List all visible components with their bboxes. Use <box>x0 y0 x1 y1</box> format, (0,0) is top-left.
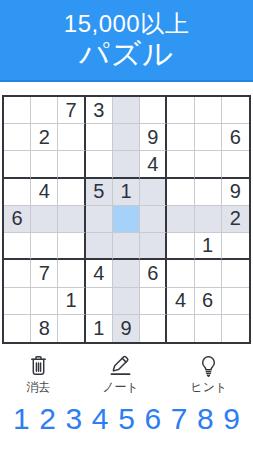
sudoku-cell-r7c1[interactable] <box>4 260 31 287</box>
sudoku-cell-r6c5[interactable] <box>113 233 140 260</box>
sudoku-cell-r7c8[interactable] <box>195 260 222 287</box>
sudoku-cell-r1c4[interactable]: 3 <box>86 97 113 124</box>
sudoku-cell-r1c6[interactable] <box>140 97 167 124</box>
numpad-digit-3[interactable]: 3 <box>66 402 83 436</box>
sudoku-cell-r1c5[interactable] <box>113 97 140 124</box>
sudoku-cell-r2c9[interactable]: 6 <box>222 124 249 151</box>
sudoku-cell-r4c8[interactable] <box>195 179 222 206</box>
numpad-digit-2[interactable]: 2 <box>39 402 56 436</box>
sudoku-cell-r1c3[interactable]: 7 <box>58 97 85 124</box>
sudoku-cell-r7c5[interactable] <box>113 260 140 287</box>
sudoku-cell-r6c3[interactable] <box>58 233 85 260</box>
sudoku-cell-r5c9[interactable]: 2 <box>222 206 249 233</box>
sudoku-cell-r7c4[interactable]: 4 <box>86 260 113 287</box>
sudoku-cell-r7c3[interactable] <box>58 260 85 287</box>
sudoku-cell-r3c8[interactable] <box>195 151 222 178</box>
sudoku-cell-r2c8[interactable] <box>195 124 222 151</box>
notes-button[interactable]: ノート <box>102 353 139 394</box>
sudoku-cell-r8c1[interactable] <box>4 288 31 315</box>
sudoku-cell-r8c4[interactable] <box>86 288 113 315</box>
sudoku-cell-r8c7[interactable]: 4 <box>167 288 194 315</box>
sudoku-cell-r2c5[interactable] <box>113 124 140 151</box>
sudoku-cell-r9c4[interactable]: 1 <box>86 315 113 342</box>
sudoku-cell-r2c4[interactable] <box>86 124 113 151</box>
numpad-digit-1[interactable]: 1 <box>13 402 30 436</box>
sudoku-cell-r3c4[interactable] <box>86 151 113 178</box>
sudoku-cell-r6c1[interactable] <box>4 233 31 260</box>
sudoku-cell-r4c9[interactable]: 9 <box>222 179 249 206</box>
number-pad: 123456789 <box>0 402 253 436</box>
toolbar: 消去 ノート ヒント <box>0 353 253 394</box>
sudoku-cell-r9c9[interactable] <box>222 315 249 342</box>
hint-label: ヒント <box>190 380 227 394</box>
sudoku-cell-r9c6[interactable] <box>140 315 167 342</box>
promo-banner[interactable]: 15,000以上 パズル <box>0 0 253 82</box>
sudoku-cell-r1c1[interactable] <box>4 97 31 124</box>
sudoku-cell-r3c1[interactable] <box>4 151 31 178</box>
sudoku-cell-r4c4[interactable]: 5 <box>86 179 113 206</box>
pencil-icon <box>107 353 134 379</box>
sudoku-cell-r4c6[interactable] <box>140 179 167 206</box>
sudoku-cell-r6c2[interactable] <box>31 233 58 260</box>
sudoku-cell-r3c2[interactable] <box>31 151 58 178</box>
sudoku-cell-r4c7[interactable] <box>167 179 194 206</box>
sudoku-cell-r8c9[interactable] <box>222 288 249 315</box>
sudoku-cell-r3c3[interactable] <box>58 151 85 178</box>
sudoku-cell-r1c8[interactable] <box>195 97 222 124</box>
sudoku-cell-r9c3[interactable] <box>58 315 85 342</box>
sudoku-cell-r4c1[interactable] <box>4 179 31 206</box>
sudoku-cell-r7c2[interactable]: 7 <box>31 260 58 287</box>
sudoku-cell-r9c2[interactable]: 8 <box>31 315 58 342</box>
sudoku-cell-r5c7[interactable] <box>167 206 194 233</box>
numpad-digit-4[interactable]: 4 <box>92 402 109 436</box>
banner-line2: パズル <box>79 37 174 70</box>
sudoku-cell-r8c2[interactable] <box>31 288 58 315</box>
sudoku-cell-r6c4[interactable] <box>86 233 113 260</box>
sudoku-cell-r6c8[interactable]: 1 <box>195 233 222 260</box>
sudoku-cell-r1c7[interactable] <box>167 97 194 124</box>
sudoku-cell-r1c2[interactable] <box>31 97 58 124</box>
sudoku-cell-r2c1[interactable] <box>4 124 31 151</box>
sudoku-cell-r6c9[interactable] <box>222 233 249 260</box>
sudoku-cell-r5c3[interactable] <box>58 206 85 233</box>
erase-label: 消去 <box>26 380 50 394</box>
sudoku-cell-r4c5[interactable]: 1 <box>113 179 140 206</box>
sudoku-cell-r3c7[interactable] <box>167 151 194 178</box>
sudoku-cell-r9c1[interactable] <box>4 315 31 342</box>
sudoku-cell-r3c9[interactable] <box>222 151 249 178</box>
numpad-digit-8[interactable]: 8 <box>197 402 214 436</box>
sudoku-cell-r4c3[interactable] <box>58 179 85 206</box>
sudoku-cell-r3c5[interactable] <box>113 151 140 178</box>
lightbulb-icon <box>196 353 221 379</box>
sudoku-cell-r9c7[interactable] <box>167 315 194 342</box>
sudoku-cell-r7c7[interactable] <box>167 260 194 287</box>
sudoku-cell-r2c7[interactable] <box>167 124 194 151</box>
numpad-digit-9[interactable]: 9 <box>223 402 240 436</box>
numpad-digit-6[interactable]: 6 <box>144 402 161 436</box>
sudoku-cell-r3c6[interactable]: 4 <box>140 151 167 178</box>
sudoku-cell-r8c5[interactable] <box>113 288 140 315</box>
sudoku-cell-r1c9[interactable] <box>222 97 249 124</box>
sudoku-cell-r7c6[interactable]: 6 <box>140 260 167 287</box>
sudoku-cell-r5c1[interactable]: 6 <box>4 206 31 233</box>
hint-button[interactable]: ヒント <box>190 353 227 394</box>
sudoku-board: 7329644519621746146819 <box>2 95 251 344</box>
sudoku-cell-r6c6[interactable] <box>140 233 167 260</box>
sudoku-cell-r8c8[interactable]: 6 <box>195 288 222 315</box>
erase-button[interactable]: 消去 <box>26 353 51 394</box>
numpad-digit-7[interactable]: 7 <box>171 402 188 436</box>
sudoku-cell-r2c3[interactable] <box>58 124 85 151</box>
sudoku-cell-r5c8[interactable] <box>195 206 222 233</box>
sudoku-cell-r5c5[interactable] <box>113 206 140 233</box>
sudoku-cell-r9c5[interactable]: 9 <box>113 315 140 342</box>
sudoku-cell-r6c7[interactable] <box>167 233 194 260</box>
sudoku-cell-r2c6[interactable]: 9 <box>140 124 167 151</box>
sudoku-cell-r5c4[interactable] <box>86 206 113 233</box>
trash-icon <box>26 353 51 379</box>
numpad-digit-5[interactable]: 5 <box>118 402 135 436</box>
sudoku-cell-r8c3[interactable]: 1 <box>58 288 85 315</box>
sudoku-cell-r9c8[interactable] <box>195 315 222 342</box>
sudoku-cell-r5c2[interactable] <box>31 206 58 233</box>
sudoku-cell-r2c2[interactable]: 2 <box>31 124 58 151</box>
sudoku-cell-r5c6[interactable] <box>140 206 167 233</box>
sudoku-cell-r7c9[interactable] <box>222 260 249 287</box>
sudoku-cell-r8c6[interactable] <box>140 288 167 315</box>
banner-line1: 15,000以上 <box>64 10 189 37</box>
sudoku-cell-r4c2[interactable]: 4 <box>31 179 58 206</box>
notes-label: ノート <box>102 380 139 394</box>
